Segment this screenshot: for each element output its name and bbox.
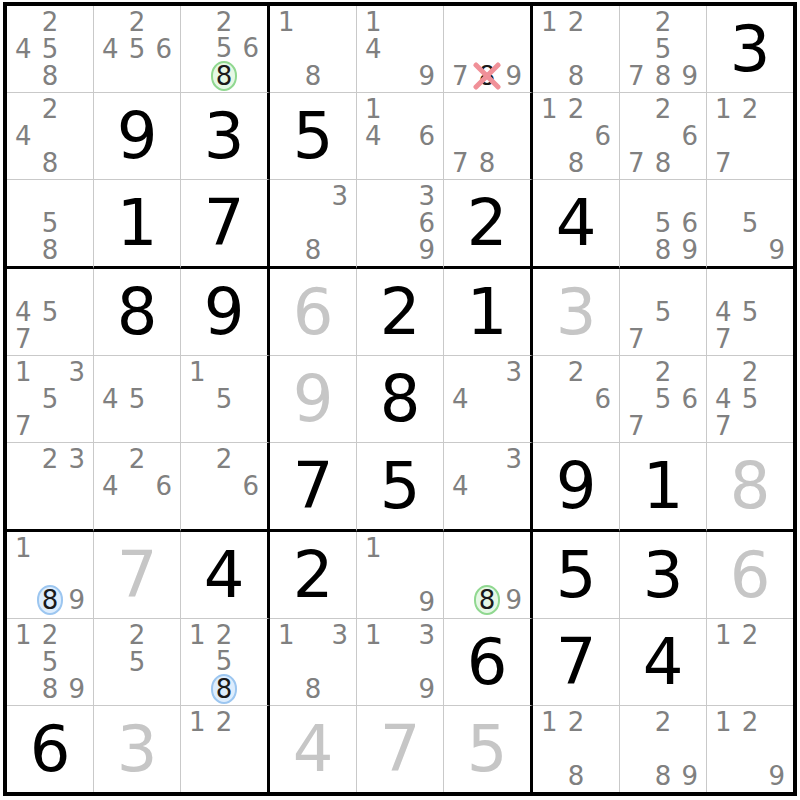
candidate-empty	[387, 649, 414, 676]
candidate-empty	[536, 412, 563, 439]
candidate-4[interactable]: 4	[447, 386, 474, 413]
candidate-empty	[413, 9, 440, 36]
candidate-7[interactable]: 7	[710, 149, 737, 176]
candidate-6[interactable]: 6	[676, 123, 703, 150]
candidate-6[interactable]: 6	[413, 210, 440, 237]
candidate-1[interactable]: 1	[184, 709, 211, 736]
cell-r6c6[interactable]: 34	[444, 443, 533, 532]
cell-r5c3[interactable]: 15	[181, 356, 270, 443]
candidate-grid: 246	[94, 443, 180, 529]
candidate-3[interactable]: 3	[326, 622, 353, 649]
candidate-5[interactable]: 5	[737, 210, 764, 237]
candidate-3[interactable]: 3	[326, 183, 353, 210]
candidate-2[interactable]: 2	[650, 709, 677, 736]
candidate-grid: 127	[707, 93, 793, 179]
candidate-1[interactable]: 1	[273, 622, 300, 649]
candidate-8[interactable]: 8	[37, 675, 64, 702]
candidate-2[interactable]: 2	[37, 9, 64, 36]
candidate-empty	[150, 675, 177, 702]
cell-r4c2[interactable]: 8	[94, 269, 181, 356]
cell-r8c1[interactable]: 12589	[7, 619, 94, 706]
candidate-8[interactable]: 8	[563, 762, 590, 789]
candidate-5[interactable]: 5	[124, 36, 151, 63]
candidate-4[interactable]: 4	[97, 36, 124, 63]
cell-r5c1[interactable]: 1357	[7, 356, 94, 443]
cell-r8c8[interactable]: 4	[620, 619, 707, 706]
candidate-1[interactable]: 1	[360, 96, 387, 123]
candidate-6[interactable]: 6	[676, 210, 703, 237]
cell-r1c7[interactable]: 128	[533, 6, 620, 93]
candidate-empty	[563, 412, 590, 439]
given-digit: 1	[444, 269, 530, 355]
cell-r5c8[interactable]: 2567	[620, 356, 707, 443]
candidate-empty	[10, 499, 37, 526]
cell-r9c2[interactable]: 3	[94, 706, 181, 792]
candidate-grid: 12	[707, 619, 793, 705]
candidate-4[interactable]: 4	[10, 36, 37, 63]
candidate-9[interactable]: 9	[763, 762, 790, 789]
candidate-empty	[623, 123, 650, 150]
cell-r4c1[interactable]: 457	[7, 269, 94, 356]
candidate-5[interactable]: 5	[650, 299, 677, 326]
candidate-9[interactable]: 9	[413, 588, 440, 615]
candidate-4[interactable]: 4	[710, 299, 737, 326]
candidate-1[interactable]: 1	[184, 622, 211, 648]
cell-r7c6[interactable]: 89	[444, 532, 533, 619]
candidate-empty	[184, 762, 211, 789]
cell-r1c9[interactable]: 3	[707, 6, 793, 93]
cell-r6c1[interactable]: 23	[7, 443, 94, 532]
candidate-empty	[763, 709, 790, 736]
candidate-5[interactable]: 5	[211, 386, 238, 413]
solved-digit: 6	[270, 269, 356, 355]
cell-r7c9[interactable]: 6	[707, 532, 793, 619]
candidate-2[interactable]: 2	[650, 359, 677, 386]
cell-r9c6[interactable]: 5	[444, 706, 533, 792]
candidate-1[interactable]: 1	[10, 622, 37, 649]
candidate-2[interactable]: 2	[37, 446, 64, 473]
cell-r8c5[interactable]: 139	[357, 619, 444, 706]
candidate-5[interactable]: 5	[37, 649, 64, 676]
cell-r9c7[interactable]: 128	[533, 706, 620, 792]
candidate-8[interactable]: 8	[563, 149, 590, 176]
candidate-2[interactable]: 2	[650, 96, 677, 123]
cell-r6c4[interactable]: 7	[270, 443, 357, 532]
candidate-5[interactable]: 5	[124, 649, 151, 676]
cell-r9c9[interactable]: 129	[707, 706, 793, 792]
cell-r3c6[interactable]: 2	[444, 180, 533, 269]
candidate-empty	[300, 183, 327, 210]
cell-r6c2[interactable]: 246	[94, 443, 181, 532]
candidate-9[interactable]: 9	[413, 62, 440, 89]
cell-r4c8[interactable]: 57	[620, 269, 707, 356]
cell-r9c8[interactable]: 289	[620, 706, 707, 792]
cell-r8c2[interactable]: 25	[94, 619, 181, 706]
candidate-1[interactable]: 1	[536, 96, 563, 123]
cell-r1c8[interactable]: 25789	[620, 6, 707, 93]
candidate-1[interactable]: 1	[360, 622, 387, 649]
candidate-8[interactable]: 8	[300, 675, 327, 702]
candidate-3[interactable]: 3	[63, 359, 90, 386]
candidate-4[interactable]: 4	[10, 123, 37, 150]
candidate-4[interactable]: 4	[97, 473, 124, 500]
candidate-8[interactable]: 8	[37, 236, 64, 263]
candidate-empty	[474, 535, 501, 560]
cell-r6c7[interactable]: 9	[533, 443, 620, 532]
cell-r2c2[interactable]: 9	[94, 93, 181, 180]
candidate-5[interactable]: 5	[650, 36, 677, 63]
cell-r1c6[interactable]: 789	[444, 6, 533, 93]
cell-r3c7[interactable]: 4	[533, 180, 620, 269]
candidate-empty	[211, 412, 238, 439]
candidate-empty	[387, 535, 414, 562]
cell-r7c1[interactable]: 189	[7, 532, 94, 619]
candidate-2[interactable]: 2	[650, 9, 677, 36]
candidate-empty	[474, 560, 501, 585]
candidate-2[interactable]: 2	[737, 359, 764, 386]
cell-r7c7[interactable]: 5	[533, 532, 620, 619]
cell-r2c7[interactable]: 1268	[533, 93, 620, 180]
candidate-empty	[737, 675, 764, 702]
solved-digit: 3	[533, 269, 619, 355]
cell-r5c2[interactable]: 45	[94, 356, 181, 443]
candidate-9[interactable]: 9	[413, 236, 440, 263]
cell-r4c3[interactable]: 9	[181, 269, 270, 356]
cell-r2c1[interactable]: 248	[7, 93, 94, 180]
candidate-2[interactable]: 2	[211, 446, 238, 473]
candidate-empty	[623, 183, 650, 210]
candidate-7[interactable]: 7	[623, 149, 650, 176]
candidate-5[interactable]: 5	[211, 35, 238, 61]
candidate-empty	[211, 762, 238, 789]
given-digit: 3	[620, 532, 706, 618]
candidate-empty	[184, 9, 211, 35]
candidate-1[interactable]: 1	[273, 9, 300, 36]
candidate-5[interactable]: 5	[124, 386, 151, 413]
cell-r6c8[interactable]: 1	[620, 443, 707, 532]
candidate-7[interactable]: 7	[710, 412, 737, 439]
candidate-empty	[763, 736, 790, 763]
cell-r7c8[interactable]: 3	[620, 532, 707, 619]
cell-r4c9[interactable]: 457	[707, 269, 793, 356]
candidate-empty	[447, 359, 474, 386]
candidate-1[interactable]: 1	[710, 96, 737, 123]
candidate-1[interactable]: 1	[10, 359, 37, 386]
candidate-8[interactable]: 8	[37, 62, 64, 89]
candidate-empty	[124, 62, 151, 89]
candidate-empty	[326, 236, 353, 263]
cell-r2c5[interactable]: 146	[357, 93, 444, 180]
candidate-empty	[589, 709, 616, 736]
candidate-6[interactable]: 6	[676, 386, 703, 413]
candidate-empty	[474, 9, 501, 36]
candidate-empty	[623, 736, 650, 763]
candidate-2[interactable]: 2	[37, 622, 64, 649]
given-digit: 5	[270, 93, 356, 179]
candidate-empty	[763, 649, 790, 676]
cell-r1c5[interactable]: 149	[357, 6, 444, 93]
candidate-1[interactable]: 1	[184, 359, 211, 386]
candidate-9[interactable]: 9	[500, 62, 527, 89]
cell-r4c4[interactable]: 6	[270, 269, 357, 356]
candidate-1[interactable]: 1	[536, 709, 563, 736]
candidate-9[interactable]: 9	[500, 585, 527, 615]
candidate-empty	[97, 62, 124, 89]
candidate-empty	[589, 359, 616, 386]
candidate-2[interactable]: 2	[124, 9, 151, 36]
cell-r8c6[interactable]: 6	[444, 619, 533, 706]
candidate-6[interactable]: 6	[237, 473, 264, 500]
candidate-empty	[650, 123, 677, 150]
candidate-4[interactable]: 4	[447, 473, 474, 500]
cell-r8c4[interactable]: 138	[270, 619, 357, 706]
candidate-8[interactable]: 8	[650, 236, 677, 263]
candidate-empty	[124, 473, 151, 500]
candidate-1[interactable]: 1	[360, 9, 387, 36]
cell-r9c3[interactable]: 12	[181, 706, 270, 792]
candidate-grid: 1268	[533, 93, 619, 179]
cell-r8c9[interactable]: 12	[707, 619, 793, 706]
candidate-empty	[273, 649, 300, 676]
candidate-empty	[474, 359, 501, 386]
candidate-8[interactable]: 8	[650, 762, 677, 789]
candidate-empty	[676, 359, 703, 386]
candidate-2[interactable]: 2	[37, 96, 64, 123]
candidate-4[interactable]: 4	[10, 299, 37, 326]
cell-r8c3[interactable]: 1258	[181, 619, 270, 706]
candidate-1[interactable]: 1	[10, 535, 37, 561]
candidate-empty	[63, 210, 90, 237]
cell-r5c9[interactable]: 2457	[707, 356, 793, 443]
candidate-8[interactable]: 8	[650, 62, 677, 89]
candidate-empty	[150, 649, 177, 676]
candidate-2[interactable]: 2	[737, 709, 764, 736]
cell-r2c3[interactable]: 3	[181, 93, 270, 180]
candidate-2[interactable]: 2	[211, 9, 238, 35]
candidate-empty	[623, 96, 650, 123]
candidate-2[interactable]: 2	[737, 622, 764, 649]
candidate-5[interactable]: 5	[650, 386, 677, 413]
candidate-7[interactable]: 7	[623, 412, 650, 439]
candidate-empty	[623, 236, 650, 263]
candidate-empty	[447, 36, 474, 63]
candidate-4[interactable]: 4	[360, 36, 387, 63]
cell-r3c4[interactable]: 38	[270, 180, 357, 269]
candidate-8[interactable]: 8	[300, 236, 327, 263]
candidate-empty	[184, 648, 211, 674]
candidate-8[interactable]: 8	[211, 61, 238, 91]
candidate-9[interactable]: 9	[413, 675, 440, 702]
candidate-empty	[360, 675, 387, 702]
candidate-3[interactable]: 3	[63, 446, 90, 473]
candidate-6[interactable]: 6	[589, 386, 616, 413]
cell-r4c5[interactable]: 2	[357, 269, 444, 356]
candidate-empty	[273, 210, 300, 237]
candidate-5[interactable]: 5	[37, 36, 64, 63]
candidate-7[interactable]: 7	[447, 62, 474, 89]
cell-r7c3[interactable]: 4	[181, 532, 270, 619]
candidate-7[interactable]: 7	[10, 325, 37, 352]
cell-r5c6[interactable]: 34	[444, 356, 533, 443]
candidate-8[interactable]: 8	[300, 62, 327, 89]
candidate-2[interactable]: 2	[563, 9, 590, 36]
candidate-empty	[97, 9, 124, 36]
candidate-empty	[737, 149, 764, 176]
given-digit: 5	[357, 443, 443, 529]
candidate-9[interactable]: 9	[676, 62, 703, 89]
candidate-8[interactable]: 8	[474, 585, 501, 615]
cell-r6c3[interactable]: 26	[181, 443, 270, 532]
candidate-8[interactable]: 8	[474, 62, 501, 89]
candidate-6[interactable]: 6	[150, 473, 177, 500]
candidate-2[interactable]: 2	[737, 96, 764, 123]
candidate-9[interactable]: 9	[763, 236, 790, 263]
candidate-1[interactable]: 1	[536, 9, 563, 36]
cell-r3c3[interactable]: 7	[181, 180, 270, 269]
cell-r2c8[interactable]: 2678	[620, 93, 707, 180]
cell-r8c7[interactable]: 7	[533, 619, 620, 706]
candidate-7[interactable]: 7	[10, 412, 37, 439]
cell-r3c2[interactable]: 1	[94, 180, 181, 269]
cell-r5c4[interactable]: 9	[270, 356, 357, 443]
candidate-empty	[300, 649, 327, 676]
cell-r5c5[interactable]: 8	[357, 356, 444, 443]
candidate-empty	[10, 272, 37, 299]
candidate-empty	[184, 473, 211, 500]
candidate-grid: 26	[533, 356, 619, 442]
candidate-8[interactable]: 8	[563, 62, 590, 89]
candidate-4[interactable]: 4	[360, 123, 387, 150]
candidate-empty	[589, 762, 616, 789]
cell-r4c7[interactable]: 3	[533, 269, 620, 356]
candidate-7[interactable]: 7	[710, 325, 737, 352]
candidate-8[interactable]: 8	[650, 149, 677, 176]
given-digit: 7	[270, 443, 356, 529]
cell-r2c9[interactable]: 127	[707, 93, 793, 180]
candidate-2[interactable]: 2	[124, 622, 151, 649]
candidate-grid: 34	[444, 443, 530, 529]
candidate-empty	[710, 272, 737, 299]
candidate-5[interactable]: 5	[37, 299, 64, 326]
candidate-1[interactable]: 1	[360, 535, 387, 562]
candidate-3[interactable]: 3	[500, 359, 527, 386]
candidate-2[interactable]: 2	[211, 622, 238, 648]
cell-r7c2[interactable]: 7	[94, 532, 181, 619]
candidate-5[interactable]: 5	[37, 386, 64, 413]
candidate-8[interactable]: 8	[37, 149, 64, 176]
candidate-8[interactable]: 8	[474, 149, 501, 176]
candidate-6[interactable]: 6	[150, 36, 177, 63]
candidate-8[interactable]: 8	[211, 674, 238, 704]
candidate-6[interactable]: 6	[589, 123, 616, 150]
candidate-2[interactable]: 2	[563, 359, 590, 386]
candidate-3[interactable]: 3	[413, 183, 440, 210]
candidate-grid: 19	[357, 532, 443, 618]
cell-r9c5[interactable]: 7	[357, 706, 444, 792]
cell-r5c7[interactable]: 26	[533, 356, 620, 443]
candidate-empty	[184, 674, 211, 704]
candidate-5[interactable]: 5	[211, 648, 238, 674]
candidate-5[interactable]: 5	[737, 299, 764, 326]
candidate-4[interactable]: 4	[97, 386, 124, 413]
cell-r3c5[interactable]: 369	[357, 180, 444, 269]
candidate-9[interactable]: 9	[676, 762, 703, 789]
candidate-empty	[97, 359, 124, 386]
candidate-9[interactable]: 9	[63, 585, 90, 615]
candidate-1[interactable]: 1	[710, 622, 737, 649]
cell-r6c5[interactable]: 5	[357, 443, 444, 532]
candidate-empty	[710, 210, 737, 237]
cell-r1c4[interactable]: 18	[270, 6, 357, 93]
cell-r1c3[interactable]: 2568	[181, 6, 270, 93]
candidate-empty	[536, 386, 563, 413]
candidate-empty	[63, 561, 90, 585]
cell-r7c5[interactable]: 19	[357, 532, 444, 619]
candidate-empty	[37, 325, 64, 352]
candidate-9[interactable]: 9	[676, 236, 703, 263]
cell-r9c1[interactable]: 6	[7, 706, 94, 792]
cell-r3c9[interactable]: 59	[707, 180, 793, 269]
cell-r1c1[interactable]: 2458	[7, 6, 94, 93]
cell-r1c2[interactable]: 2456	[94, 6, 181, 93]
cell-r2c6[interactable]: 78	[444, 93, 533, 180]
cell-r2c4[interactable]: 5	[270, 93, 357, 180]
candidate-empty	[737, 272, 764, 299]
candidate-5[interactable]: 5	[650, 210, 677, 237]
candidate-5[interactable]: 5	[737, 386, 764, 413]
given-digit: 8	[357, 356, 443, 442]
cell-r7c4[interactable]: 2	[270, 532, 357, 619]
candidate-2[interactable]: 2	[211, 709, 238, 736]
candidate-grid: 129	[707, 706, 793, 792]
candidate-empty	[589, 9, 616, 36]
cell-r6c9[interactable]: 8	[707, 443, 793, 532]
candidate-6[interactable]: 6	[413, 123, 440, 150]
cell-r9c4[interactable]: 4	[270, 706, 357, 792]
cell-r4c6[interactable]: 1	[444, 269, 533, 356]
candidate-3[interactable]: 3	[500, 446, 527, 473]
cell-r3c1[interactable]: 58	[7, 180, 94, 269]
candidate-4[interactable]: 4	[710, 386, 737, 413]
candidate-empty	[211, 736, 238, 763]
candidate-5[interactable]: 5	[37, 210, 64, 237]
cell-r3c8[interactable]: 5689	[620, 180, 707, 269]
candidate-9[interactable]: 9	[63, 675, 90, 702]
candidate-empty	[536, 736, 563, 763]
candidate-7[interactable]: 7	[623, 62, 650, 89]
candidate-empty	[676, 9, 703, 36]
candidate-2[interactable]: 2	[124, 446, 151, 473]
candidate-empty	[413, 96, 440, 123]
candidate-7[interactable]: 7	[623, 325, 650, 352]
candidate-7[interactable]: 7	[447, 149, 474, 176]
candidate-empty	[710, 649, 737, 676]
candidate-1[interactable]: 1	[710, 709, 737, 736]
candidate-8[interactable]: 8	[37, 585, 64, 615]
candidate-2[interactable]: 2	[563, 709, 590, 736]
candidate-empty	[184, 446, 211, 473]
candidate-3[interactable]: 3	[413, 622, 440, 649]
candidate-6[interactable]: 6	[237, 35, 264, 61]
candidate-empty	[10, 561, 37, 585]
candidate-empty	[474, 386, 501, 413]
candidate-empty	[589, 36, 616, 63]
candidate-empty	[737, 412, 764, 439]
given-digit: 6	[444, 619, 530, 705]
candidate-empty	[737, 123, 764, 150]
candidate-empty	[623, 9, 650, 36]
candidate-2[interactable]: 2	[563, 96, 590, 123]
